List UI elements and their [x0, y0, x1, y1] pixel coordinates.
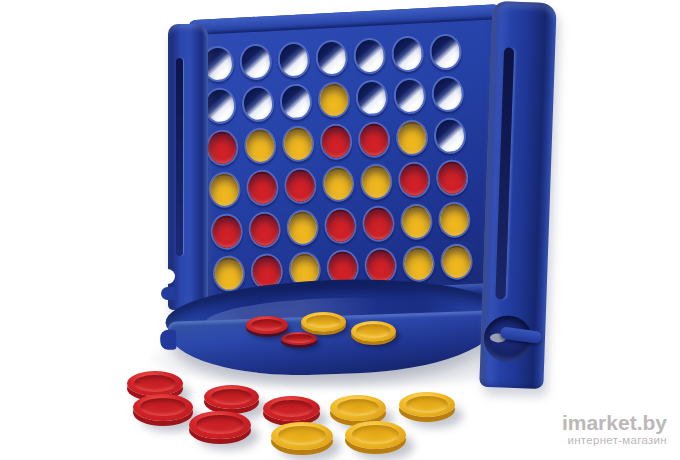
red-disc — [189, 411, 251, 439]
yellow-disc — [271, 422, 333, 450]
red-disc — [127, 371, 183, 396]
red-disc — [133, 394, 193, 421]
watermark-title: imarket.by — [562, 411, 667, 434]
yellow-disc — [399, 392, 455, 417]
red-disc — [263, 396, 320, 421]
yellow-disc — [330, 395, 386, 421]
connect-four-product-photo: ●●●●●●●●●●●●●●●●●●●●●●●●●●●● imarket.by … — [0, 0, 680, 460]
table-discs-group — [0, 0, 680, 460]
red-disc — [204, 385, 259, 409]
watermark-subtitle: интернет-магазин — [562, 434, 667, 446]
yellow-disc — [345, 421, 406, 449]
watermark: imarket.by интернет-магазин — [562, 411, 667, 446]
